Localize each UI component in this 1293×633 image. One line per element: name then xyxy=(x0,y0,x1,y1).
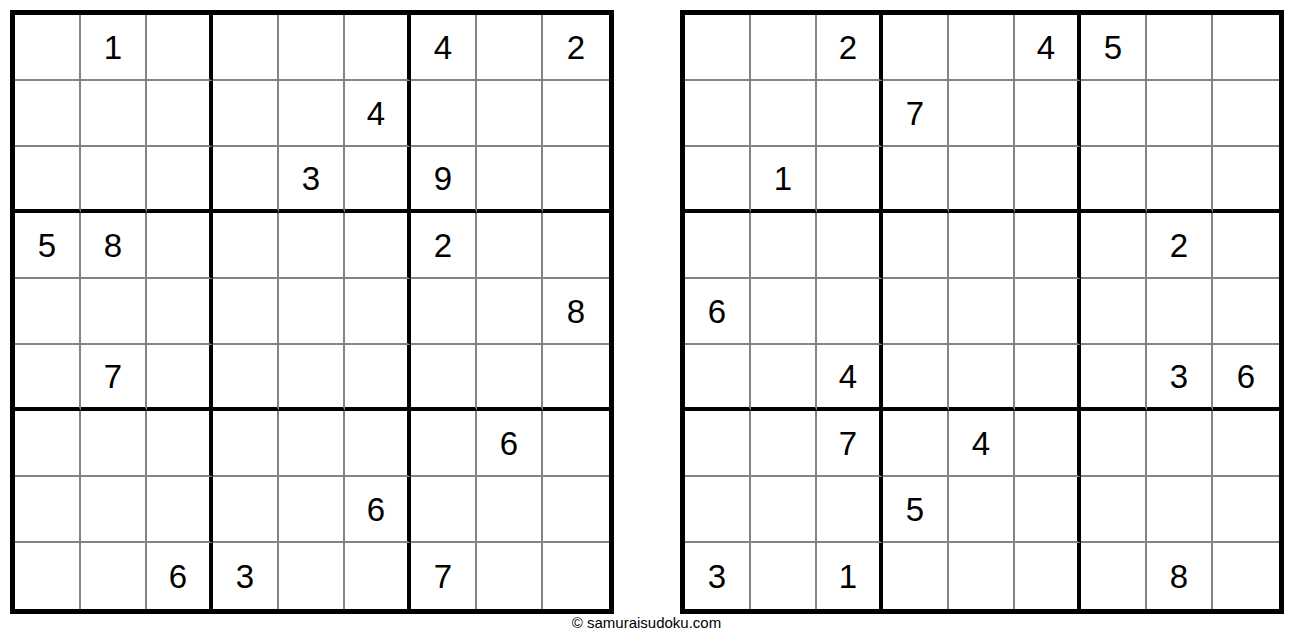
cell-r3c2[interactable] xyxy=(81,147,147,213)
cell-r8c7[interactable] xyxy=(411,477,477,543)
cell-r7c5[interactable]: 4 xyxy=(949,411,1015,477)
cell-r8c1[interactable] xyxy=(685,477,751,543)
cell-r7c3[interactable] xyxy=(147,411,213,477)
cell-r2c5[interactable] xyxy=(949,81,1015,147)
cell-r5c9[interactable]: 8 xyxy=(543,279,609,345)
cell-r7c6[interactable] xyxy=(1015,411,1081,477)
cell-r6c3[interactable] xyxy=(147,345,213,411)
cell-r7c6[interactable] xyxy=(345,411,411,477)
left-sudoku-grid: 1424395828766637 xyxy=(10,10,614,614)
cell-r7c9[interactable] xyxy=(543,411,609,477)
cell-r5c3[interactable] xyxy=(147,279,213,345)
sudoku-boards: 1424395828766637 2457126436745318 xyxy=(0,10,1293,614)
cell-r9c5[interactable] xyxy=(279,543,345,609)
cell-r2c2[interactable] xyxy=(81,81,147,147)
cell-r5c6[interactable] xyxy=(1015,279,1081,345)
cell-r5c8[interactable] xyxy=(1147,279,1213,345)
cell-r1c4[interactable] xyxy=(883,15,949,81)
cell-r6c6[interactable] xyxy=(1015,345,1081,411)
cell-r4c9[interactable] xyxy=(1213,213,1279,279)
cell-r1c9[interactable] xyxy=(1213,15,1279,81)
cell-r3c8[interactable] xyxy=(477,147,543,213)
cell-r5c4[interactable] xyxy=(213,279,279,345)
cell-r4c3[interactable] xyxy=(817,213,883,279)
cell-r8c9[interactable] xyxy=(1213,477,1279,543)
cell-r4c8[interactable]: 2 xyxy=(1147,213,1213,279)
cell-r7c7[interactable] xyxy=(411,411,477,477)
cell-r2c3[interactable] xyxy=(817,81,883,147)
cell-r4c2[interactable]: 8 xyxy=(81,213,147,279)
cell-r2c3[interactable] xyxy=(147,81,213,147)
cell-r7c5[interactable] xyxy=(279,411,345,477)
cell-r1c4[interactable] xyxy=(213,15,279,81)
right-sudoku-grid: 2457126436745318 xyxy=(680,10,1284,614)
cell-r7c8[interactable] xyxy=(1147,411,1213,477)
cell-r6c2[interactable] xyxy=(751,345,817,411)
cell-r4c1[interactable] xyxy=(685,213,751,279)
cell-r8c5[interactable] xyxy=(279,477,345,543)
cell-r2c9[interactable] xyxy=(543,81,609,147)
cell-r2c5[interactable] xyxy=(279,81,345,147)
cell-r4c1[interactable]: 5 xyxy=(15,213,81,279)
cell-r8c9[interactable] xyxy=(543,477,609,543)
cell-r4c7[interactable]: 2 xyxy=(411,213,477,279)
cell-r9c3[interactable]: 6 xyxy=(147,543,213,609)
cell-r4c3[interactable] xyxy=(147,213,213,279)
cell-r3c1[interactable] xyxy=(685,147,751,213)
cell-r7c7[interactable] xyxy=(1081,411,1147,477)
cell-r6c7[interactable] xyxy=(411,345,477,411)
cell-r5c7[interactable] xyxy=(411,279,477,345)
cell-r3c9[interactable] xyxy=(1213,147,1279,213)
cell-r6c3[interactable]: 4 xyxy=(817,345,883,411)
cell-r3c5[interactable]: 3 xyxy=(279,147,345,213)
cell-r3c3[interactable] xyxy=(817,147,883,213)
cell-r2c8[interactable] xyxy=(1147,81,1213,147)
cell-r4c4[interactable] xyxy=(883,213,949,279)
cell-r6c4[interactable] xyxy=(213,345,279,411)
cell-r7c2[interactable] xyxy=(81,411,147,477)
cell-r4c4[interactable] xyxy=(213,213,279,279)
cell-r6c7[interactable] xyxy=(1081,345,1147,411)
cell-r6c5[interactable] xyxy=(279,345,345,411)
cell-r4c5[interactable] xyxy=(279,213,345,279)
cell-r1c6[interactable] xyxy=(345,15,411,81)
cell-r9c6[interactable] xyxy=(345,543,411,609)
cell-r3c4[interactable] xyxy=(883,147,949,213)
cell-r9c4[interactable] xyxy=(883,543,949,609)
cell-r8c7[interactable] xyxy=(1081,477,1147,543)
cell-r6c1[interactable] xyxy=(685,345,751,411)
cell-r8c3[interactable] xyxy=(817,477,883,543)
cell-r5c9[interactable] xyxy=(1213,279,1279,345)
cell-r8c8[interactable] xyxy=(1147,477,1213,543)
cell-r2c1[interactable] xyxy=(685,81,751,147)
cell-r5c6[interactable] xyxy=(345,279,411,345)
cell-r1c6[interactable]: 4 xyxy=(1015,15,1081,81)
cell-r5c7[interactable] xyxy=(1081,279,1147,345)
cell-r8c6[interactable] xyxy=(1015,477,1081,543)
cell-r8c6[interactable]: 6 xyxy=(345,477,411,543)
cell-r8c4[interactable] xyxy=(213,477,279,543)
cell-r3c9[interactable] xyxy=(543,147,609,213)
cell-r5c1[interactable]: 6 xyxy=(685,279,751,345)
cell-r9c6[interactable] xyxy=(1015,543,1081,609)
cell-r3c3[interactable] xyxy=(147,147,213,213)
cell-r7c4[interactable] xyxy=(883,411,949,477)
cell-r3c6[interactable] xyxy=(345,147,411,213)
cell-r7c9[interactable] xyxy=(1213,411,1279,477)
cell-r4c7[interactable] xyxy=(1081,213,1147,279)
cell-r2c8[interactable] xyxy=(477,81,543,147)
cell-r1c2[interactable] xyxy=(751,15,817,81)
cell-r6c4[interactable] xyxy=(883,345,949,411)
cell-r9c4[interactable]: 3 xyxy=(213,543,279,609)
cell-r9c3[interactable]: 1 xyxy=(817,543,883,609)
cell-r9c9[interactable] xyxy=(543,543,609,609)
cell-r5c1[interactable] xyxy=(15,279,81,345)
cell-r7c2[interactable] xyxy=(751,411,817,477)
cell-r3c7[interactable] xyxy=(1081,147,1147,213)
cell-r8c4[interactable]: 5 xyxy=(883,477,949,543)
cell-r1c3[interactable]: 2 xyxy=(817,15,883,81)
cell-r8c2[interactable] xyxy=(81,477,147,543)
cell-r3c7[interactable]: 9 xyxy=(411,147,477,213)
cell-r3c1[interactable] xyxy=(15,147,81,213)
page: 1424395828766637 2457126436745318 © samu… xyxy=(0,0,1293,633)
cell-r2c4[interactable] xyxy=(213,81,279,147)
cell-r5c2[interactable] xyxy=(751,279,817,345)
cell-r1c1[interactable] xyxy=(685,15,751,81)
cell-r2c2[interactable] xyxy=(751,81,817,147)
cell-r8c8[interactable] xyxy=(477,477,543,543)
cell-r9c8[interactable]: 8 xyxy=(1147,543,1213,609)
cell-r9c7[interactable] xyxy=(1081,543,1147,609)
cell-r2c6[interactable] xyxy=(1015,81,1081,147)
cell-r9c7[interactable]: 7 xyxy=(411,543,477,609)
cell-r1c8[interactable] xyxy=(477,15,543,81)
cell-r6c1[interactable] xyxy=(15,345,81,411)
cell-r7c1[interactable] xyxy=(15,411,81,477)
cell-r4c2[interactable] xyxy=(751,213,817,279)
cell-r4c8[interactable] xyxy=(477,213,543,279)
cell-r5c2[interactable] xyxy=(81,279,147,345)
cell-r7c1[interactable] xyxy=(685,411,751,477)
cell-r5c3[interactable] xyxy=(817,279,883,345)
cell-r2c7[interactable] xyxy=(1081,81,1147,147)
cell-r9c8[interactable] xyxy=(477,543,543,609)
cell-r1c5[interactable] xyxy=(949,15,1015,81)
cell-r9c1[interactable]: 3 xyxy=(685,543,751,609)
cell-r2c1[interactable] xyxy=(15,81,81,147)
cell-r2c4[interactable]: 7 xyxy=(883,81,949,147)
cell-r3c6[interactable] xyxy=(1015,147,1081,213)
cell-r8c2[interactable] xyxy=(751,477,817,543)
cell-r3c5[interactable] xyxy=(949,147,1015,213)
cell-r8c1[interactable] xyxy=(15,477,81,543)
cell-r5c5[interactable] xyxy=(949,279,1015,345)
cell-r8c5[interactable] xyxy=(949,477,1015,543)
cell-r1c9[interactable]: 2 xyxy=(543,15,609,81)
cell-r1c1[interactable] xyxy=(15,15,81,81)
cell-r9c9[interactable] xyxy=(1213,543,1279,609)
cell-r1c2[interactable]: 1 xyxy=(81,15,147,81)
cell-r4c6[interactable] xyxy=(1015,213,1081,279)
cell-r3c4[interactable] xyxy=(213,147,279,213)
cell-r9c2[interactable] xyxy=(81,543,147,609)
cell-r2c6[interactable]: 4 xyxy=(345,81,411,147)
cell-r6c9[interactable]: 6 xyxy=(1213,345,1279,411)
copyright-text: © samuraisudoku.com xyxy=(0,614,1293,631)
cell-r2c7[interactable] xyxy=(411,81,477,147)
cell-r9c1[interactable] xyxy=(15,543,81,609)
cell-r4c9[interactable] xyxy=(543,213,609,279)
cell-r9c5[interactable] xyxy=(949,543,1015,609)
cell-r6c6[interactable] xyxy=(345,345,411,411)
cell-r1c7[interactable]: 4 xyxy=(411,15,477,81)
cell-r1c7[interactable]: 5 xyxy=(1081,15,1147,81)
cell-r6c8[interactable] xyxy=(477,345,543,411)
cell-r4c6[interactable] xyxy=(345,213,411,279)
cell-r4c5[interactable] xyxy=(949,213,1015,279)
cell-r6c2[interactable]: 7 xyxy=(81,345,147,411)
cell-r8c3[interactable] xyxy=(147,477,213,543)
cell-r3c2[interactable]: 1 xyxy=(751,147,817,213)
cell-r5c4[interactable] xyxy=(883,279,949,345)
cell-r5c5[interactable] xyxy=(279,279,345,345)
cell-r1c3[interactable] xyxy=(147,15,213,81)
cell-r6c5[interactable] xyxy=(949,345,1015,411)
cell-r7c8[interactable]: 6 xyxy=(477,411,543,477)
cell-r6c9[interactable] xyxy=(543,345,609,411)
cell-r5c8[interactable] xyxy=(477,279,543,345)
cell-r3c8[interactable] xyxy=(1147,147,1213,213)
cell-r2c9[interactable] xyxy=(1213,81,1279,147)
cell-r1c8[interactable] xyxy=(1147,15,1213,81)
cell-r6c8[interactable]: 3 xyxy=(1147,345,1213,411)
cell-r7c4[interactable] xyxy=(213,411,279,477)
cell-r7c3[interactable]: 7 xyxy=(817,411,883,477)
cell-r9c2[interactable] xyxy=(751,543,817,609)
cell-r1c5[interactable] xyxy=(279,15,345,81)
